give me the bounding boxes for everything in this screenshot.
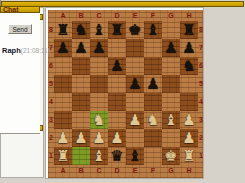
chat-title-bar[interactable]: Chat [0, 6, 40, 13]
square-g7[interactable]: ♟ [162, 39, 180, 57]
square-f1[interactable] [144, 147, 162, 165]
rank-label-6: 6 [198, 57, 204, 75]
white-bishop-c1[interactable]: ♝ [90, 147, 108, 165]
black-knight-h6[interactable]: ♞ [180, 57, 198, 75]
square-h8[interactable]: ♜ [180, 21, 198, 39]
square-e8[interactable]: ♚ [126, 21, 144, 39]
black-pawn-g7[interactable]: ♟ [162, 39, 180, 57]
white-pawn-e3[interactable]: ♟ [126, 111, 144, 129]
rank-label-3: 3 [198, 111, 204, 129]
rank-label-7: 7 [198, 39, 204, 57]
black-bishop-f8[interactable]: ♝ [144, 21, 162, 39]
black-pawn-f5[interactable]: ♟ [144, 75, 162, 93]
square-d4[interactable] [108, 93, 126, 111]
black-pawn-h7[interactable]: ♟ [180, 39, 198, 57]
square-b4[interactable] [72, 93, 90, 111]
square-e7[interactable] [126, 39, 144, 57]
white-king-g1[interactable]: ♚ [162, 147, 180, 165]
black-queen-d1[interactable]: ♛ [108, 147, 126, 165]
square-f4[interactable] [144, 93, 162, 111]
square-d6[interactable]: ♟ [108, 57, 126, 75]
file-label-h: H [180, 11, 198, 20]
file-label-a: A [54, 11, 72, 20]
file-label-b: B [72, 166, 90, 175]
square-e2[interactable] [126, 129, 144, 147]
black-bishop-c8[interactable]: ♝ [90, 21, 108, 39]
square-g4[interactable] [162, 93, 180, 111]
square-g2[interactable] [162, 129, 180, 147]
rank-label-4: 4 [198, 93, 204, 111]
square-b1[interactable] [72, 147, 90, 165]
square-h1[interactable]: ♜ [180, 147, 198, 165]
white-rook-h1[interactable]: ♜ [180, 147, 198, 165]
black-pawn-e5[interactable]: ♟ [126, 75, 144, 93]
white-pawn-d2[interactable]: ♟ [108, 129, 126, 147]
square-d2[interactable]: ♟ [108, 129, 126, 147]
square-a1[interactable]: ♜ [54, 147, 72, 165]
rank-label-1: 1 [198, 147, 204, 165]
file-label-a: A [54, 166, 72, 175]
square-g3[interactable]: ♝ [162, 111, 180, 129]
square-f2[interactable] [144, 129, 162, 147]
square-c7[interactable]: ♟ [90, 39, 108, 57]
black-pawn-b7[interactable]: ♟ [72, 39, 90, 57]
chat-message: Raph(21:08:11) [2, 39, 50, 57]
square-c8[interactable]: ♝ [90, 21, 108, 39]
white-bishop-g3[interactable]: ♝ [162, 111, 180, 129]
square-f3[interactable]: ♞ [144, 111, 162, 129]
square-f5[interactable]: ♟ [144, 75, 162, 93]
black-king-e8[interactable]: ♚ [126, 21, 144, 39]
square-h3[interactable]: ♟ [180, 111, 198, 129]
black-rook-d8[interactable]: ♜ [108, 21, 126, 39]
square-f7[interactable] [144, 39, 162, 57]
square-d7[interactable] [108, 39, 126, 57]
square-g1[interactable]: ♚ [162, 147, 180, 165]
white-pawn-c2[interactable]: ♟ [90, 129, 108, 147]
square-c6[interactable] [90, 57, 108, 75]
file-label-c: C [90, 11, 108, 20]
square-e5[interactable]: ♟ [126, 75, 144, 93]
square-c2[interactable]: ♟ [90, 129, 108, 147]
square-h7[interactable]: ♟ [180, 39, 198, 57]
rank-label-8: 8 [198, 21, 204, 39]
square-b3[interactable] [72, 111, 90, 129]
file-label-c: C [90, 166, 108, 175]
chat-body: Send Raph(21:08:11) [0, 13, 40, 134]
rank-label-2: 2 [198, 129, 204, 147]
square-g8[interactable] [162, 21, 180, 39]
file-label-e: E [126, 166, 144, 175]
white-rook-a1[interactable]: ♜ [54, 147, 72, 165]
square-h4[interactable] [180, 93, 198, 111]
black-rook-a8[interactable]: ♜ [54, 21, 72, 39]
black-pawn-c7[interactable]: ♟ [90, 39, 108, 57]
file-label-e: E [126, 11, 144, 20]
square-a5[interactable] [54, 75, 72, 93]
rank-label-5: 5 [198, 75, 204, 93]
white-pawn-h3[interactable]: ♟ [180, 111, 198, 129]
square-e3[interactable]: ♟ [126, 111, 144, 129]
file-label-f: F [144, 11, 162, 20]
square-c3[interactable]: ♞ [90, 111, 108, 129]
board-panel: ABCDEFGH ABCDEFGH 87654321 87654321 ♜♞♝♜… [45, 7, 204, 179]
square-d5[interactable] [108, 75, 126, 93]
chat-message-user: Raph [2, 46, 21, 55]
square-b8[interactable]: ♞ [72, 21, 90, 39]
square-b7[interactable]: ♟ [72, 39, 90, 57]
chat-message-timestamp: (21:08:11) [21, 47, 50, 54]
white-pawn-b2[interactable]: ♟ [72, 129, 90, 147]
square-h6[interactable]: ♞ [180, 57, 198, 75]
white-knight-f3[interactable]: ♞ [144, 111, 162, 129]
square-d8[interactable]: ♜ [108, 21, 126, 39]
black-bishop-e1[interactable]: ♝ [126, 147, 144, 165]
chess-board: ABCDEFGH ABCDEFGH 87654321 87654321 ♜♞♝♜… [48, 10, 203, 178]
square-b5[interactable] [72, 75, 90, 93]
white-knight-c3[interactable]: ♞ [90, 111, 108, 129]
file-label-f: F [144, 166, 162, 175]
file-label-b: B [72, 11, 90, 20]
square-c1[interactable]: ♝ [90, 147, 108, 165]
square-e4[interactable] [126, 93, 144, 111]
file-label-g: G [162, 11, 180, 20]
square-h2[interactable]: ♟ [180, 129, 198, 147]
square-g5[interactable] [162, 75, 180, 93]
file-label-d: D [108, 166, 126, 175]
file-label-h: H [180, 166, 198, 175]
square-a4[interactable] [54, 93, 72, 111]
square-a6[interactable] [54, 57, 72, 75]
black-rook-h8[interactable]: ♜ [180, 21, 198, 39]
black-pawn-a7[interactable]: ♟ [54, 39, 72, 57]
square-c4[interactable] [90, 93, 108, 111]
file-label-g: G [162, 166, 180, 175]
square-h5[interactable] [180, 75, 198, 93]
send-button[interactable]: Send [8, 24, 32, 34]
square-g6[interactable] [162, 57, 180, 75]
square-c5[interactable] [90, 75, 108, 93]
square-b6[interactable] [72, 57, 90, 75]
square-a8[interactable]: ♜ [54, 21, 72, 39]
white-pawn-a2[interactable]: ♟ [54, 129, 72, 147]
white-pawn-h2[interactable]: ♟ [180, 129, 198, 147]
square-b2[interactable]: ♟ [72, 129, 90, 147]
black-knight-b8[interactable]: ♞ [72, 21, 90, 39]
black-pawn-d6[interactable]: ♟ [108, 57, 126, 75]
square-a7[interactable]: ♟ [54, 39, 72, 57]
square-f6[interactable] [144, 57, 162, 75]
square-d3[interactable] [108, 111, 126, 129]
square-a2[interactable]: ♟ [54, 129, 72, 147]
square-a3[interactable] [54, 111, 72, 129]
square-e6[interactable] [126, 57, 144, 75]
square-d1[interactable]: ♛ [108, 147, 126, 165]
file-label-d: D [108, 11, 126, 20]
square-e1[interactable]: ♝ [126, 147, 144, 165]
square-f8[interactable]: ♝ [144, 21, 162, 39]
